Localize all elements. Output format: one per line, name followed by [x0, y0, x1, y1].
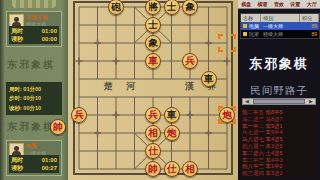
move-log-line: 车一平二 车9进1	[242, 123, 316, 130]
log-scrollbar[interactable]: ◀ ▶	[242, 98, 316, 105]
setting-line: 局时: 01分00	[9, 85, 59, 93]
time-label: 局时	[11, 156, 23, 164]
xiangqi-piece-red-兵[interactable]: 兵	[145, 107, 161, 123]
bottom-player-times: 局时01:00 读秒00:27	[9, 155, 59, 173]
byo-label: 读秒	[11, 35, 23, 43]
last-move-from-marker	[231, 34, 236, 39]
last-move-to-marker	[231, 106, 236, 111]
xiangqi-game-window: 楚 河 漢 界 砲將士象士象車兵車兵兵車炮相炮仕帥仕相 不服不输 特级大师 局时…	[0, 0, 320, 180]
move-log-line: 炮二平五 炮8平5	[242, 109, 316, 116]
watermark-text: 东邪象棋	[7, 58, 63, 72]
xiangqi-piece-black-車[interactable]: 車	[201, 71, 217, 87]
move-log-line: 车二进六 士4进5	[242, 150, 316, 157]
bottom-player-name: 电脑	[26, 143, 59, 150]
byo-value: 00:27	[42, 164, 57, 172]
move-log-line: 兵七进一 车9平4	[242, 129, 316, 136]
player-rank: 特级大师	[263, 31, 283, 37]
move-log-line: 车二平三 车4平3	[242, 157, 316, 164]
move-log-line: 炮八退一 象3进5	[242, 143, 316, 150]
column-header[interactable]: 积分	[300, 14, 319, 22]
menu-item-设置[interactable]: 设置	[290, 1, 300, 7]
time-value: 01:00	[42, 27, 57, 35]
move-log[interactable]: 炮二平五 炮8平5马二进三 马8进7车一平二 车9进1兵七进一 车9平4马八进七…	[240, 108, 318, 178]
player-list-table: 名称级别积分电脑一级大师89玩家特级大师89	[240, 13, 320, 39]
time-settings-box: 局时: 01分00 步时: 00分10 读秒: 00分10	[6, 82, 62, 115]
xiangqi-piece-red-相[interactable]: 相	[182, 161, 198, 177]
setting-line: 读秒: 00分10	[9, 104, 59, 112]
xiangqi-piece-red-兵[interactable]: 兵	[71, 107, 87, 123]
player-score: 89	[311, 23, 319, 29]
xiangqi-piece-red-仕[interactable]: 仕	[145, 143, 161, 159]
menu-item-大厅[interactable]: 大厅	[307, 1, 317, 7]
red-side-indicator-piece: 帥	[50, 119, 66, 135]
xiangqi-board[interactable]: 楚 河 漢 界 砲將士象士象車兵車兵兵車炮相炮仕帥仕相	[68, 0, 238, 180]
last-move-from-marker	[218, 47, 223, 52]
xiangqi-piece-black-士[interactable]: 士	[164, 0, 180, 15]
xiangqi-piece-black-車[interactable]: 車	[164, 107, 180, 123]
river-label-left: 楚 河	[104, 80, 140, 93]
app-title: 东邪象棋	[238, 55, 320, 73]
byo-value: 00:00	[42, 35, 57, 43]
last-move-from-marker	[231, 47, 236, 52]
column-header[interactable]: 名称	[241, 14, 261, 22]
app-subtitle: 民间野路子	[238, 84, 320, 98]
xiangqi-piece-black-象[interactable]: 象	[145, 35, 161, 51]
xiangqi-piece-red-仕[interactable]: 仕	[164, 161, 180, 177]
last-move-from-marker	[218, 34, 223, 39]
bottom-player-card: 电脑 一级大师 局时01:00 读秒00:27	[6, 140, 62, 176]
player-table-header: 名称级别积分	[241, 14, 319, 22]
player-name: 电脑	[249, 23, 259, 29]
xiangqi-piece-black-士[interactable]: 士	[145, 17, 161, 33]
move-log-line: 马二进三 马8进7	[242, 116, 316, 123]
xiangqi-piece-red-車[interactable]: 車	[145, 53, 161, 69]
scrollbar-thumb[interactable]	[253, 99, 305, 104]
menu-item-棋盘[interactable]: 棋盘	[241, 1, 251, 7]
xiangqi-piece-red-帥[interactable]: 帥	[145, 161, 161, 177]
menu-item-音效[interactable]: 音效	[274, 1, 284, 7]
column-header[interactable]: 级别	[261, 14, 300, 22]
top-player-card: 不服不输 特级大师 局时01:00 读秒00:00	[6, 11, 62, 47]
menu-bar: 棋盘棋谱音效设置大厅	[238, 0, 320, 9]
move-log-line: 马八进七 车4进5	[242, 136, 316, 143]
byo-label: 读秒	[11, 164, 23, 172]
top-player-times: 局时01:00 读秒00:00	[9, 26, 59, 44]
xiangqi-piece-red-兵[interactable]: 兵	[182, 53, 198, 69]
scroll-left-icon[interactable]: ◀	[243, 99, 251, 104]
player-row[interactable]: 电脑一级大师89	[241, 22, 319, 30]
player-score: 89	[311, 31, 319, 37]
player-icon	[243, 32, 247, 36]
move-log-line: 炮三退四 车3进2	[242, 170, 316, 177]
last-move-to-marker	[231, 119, 236, 124]
time-label: 局时	[11, 27, 23, 35]
xiangqi-piece-red-相[interactable]: 相	[145, 125, 161, 141]
xiangqi-piece-red-炮[interactable]: 炮	[164, 125, 180, 141]
menu-item-棋谱[interactable]: 棋谱	[258, 1, 268, 7]
player-icon	[243, 24, 247, 28]
player-row[interactable]: 玩家特级大师89	[241, 30, 319, 38]
last-move-to-marker	[218, 106, 223, 111]
top-player-name: 不服不输	[26, 14, 59, 21]
setting-line: 步时: 00分10	[9, 94, 59, 102]
player-name: 玩家	[249, 31, 259, 37]
panel-ornament	[12, 0, 56, 8]
time-value: 01:00	[42, 156, 57, 164]
scroll-right-icon[interactable]: ▶	[307, 99, 315, 104]
left-info-panel: 不服不输 特级大师 局时01:00 读秒00:00 东邪象棋 局时: 01分00…	[0, 0, 68, 180]
last-move-to-marker	[218, 119, 223, 124]
right-side-panel: 棋盘棋谱音效设置大厅 名称级别积分电脑一级大师89玩家特级大师89 东邪象棋 民…	[238, 0, 320, 180]
player-rank: 一级大师	[263, 23, 283, 29]
